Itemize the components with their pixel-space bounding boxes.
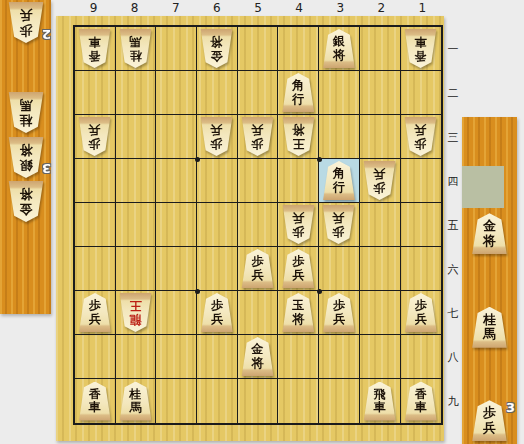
piece-金将[interactable]: 金将 [241, 337, 274, 376]
file-label-2: 2 [361, 0, 402, 16]
piece-char: 将 [19, 143, 32, 158]
gote-hand-slot-7 [0, 269, 51, 314]
rank-label-6: 六 [445, 247, 461, 291]
board-grid: 香車桂馬金将銀将香車角行歩兵歩兵歩兵王将歩兵角行歩兵歩兵歩兵歩兵歩兵歩兵龍王歩兵… [73, 25, 443, 425]
square-5-4[interactable] [238, 159, 279, 203]
square-8-4[interactable] [116, 159, 157, 203]
square-4-8[interactable] [278, 335, 319, 379]
square-3-5[interactable]: 歩兵 [319, 203, 360, 247]
square-2-9[interactable]: 飛車 [360, 379, 401, 423]
piece-wrap: 金将 [8, 181, 44, 222]
square-9-9[interactable]: 香車 [75, 379, 116, 423]
square-3-6[interactable] [319, 247, 360, 291]
piece-char: 金 [252, 343, 264, 357]
piece-char: 車 [415, 35, 427, 49]
piece-wrap: 飛車 [363, 382, 396, 421]
square-3-1[interactable]: 銀将 [319, 27, 360, 71]
piece-char: 将 [211, 35, 223, 49]
square-6-8[interactable] [197, 335, 238, 379]
piece-char: 歩 [89, 299, 101, 313]
gote-hand-slot-2 [0, 45, 51, 90]
square-8-2[interactable] [116, 71, 157, 115]
gote-hand-slot-1[interactable]: 歩兵2 [0, 0, 51, 45]
star-point [195, 289, 200, 294]
square-6-5[interactable] [197, 203, 238, 247]
piece-歩兵[interactable]: 歩兵 [78, 117, 111, 156]
square-6-7[interactable]: 歩兵 [197, 291, 238, 335]
square-7-1[interactable] [156, 27, 197, 71]
file-labels: 987654321 [73, 0, 443, 16]
square-7-4[interactable] [156, 159, 197, 203]
piece-wrap: 歩兵 [241, 249, 274, 288]
piece-角行[interactable]: 角行 [322, 161, 355, 200]
square-1-9[interactable]: 香車 [401, 379, 442, 423]
square-8-6[interactable] [116, 247, 157, 291]
square-2-2[interactable] [360, 71, 401, 115]
piece-char: 王 [292, 137, 304, 151]
piece-wrap: 香車 [78, 29, 111, 68]
piece-wrap: 桂馬 [8, 92, 44, 133]
piece-char: 歩 [211, 299, 223, 313]
square-8-1[interactable]: 桂馬 [116, 27, 157, 71]
piece-wrap: 角行 [282, 73, 315, 112]
square-9-2[interactable] [75, 71, 116, 115]
square-4-3[interactable]: 王将 [278, 115, 319, 159]
piece-char: 歩 [333, 299, 345, 313]
square-1-8[interactable] [401, 335, 442, 379]
piece-角行[interactable]: 角行 [282, 73, 315, 112]
star-point [317, 289, 322, 294]
rank-label-9: 九 [445, 379, 461, 423]
square-8-5[interactable] [116, 203, 157, 247]
piece-飛車[interactable]: 飛車 [363, 382, 396, 421]
star-point [195, 157, 200, 162]
piece-wrap: 王将 [282, 117, 315, 156]
file-label-8: 8 [114, 0, 155, 16]
gote-hand-slot-3[interactable]: 桂馬 [0, 90, 51, 135]
piece-char: 兵 [89, 313, 101, 327]
piece-wrap: 歩兵 [8, 2, 44, 43]
piece-char: 金 [19, 202, 32, 217]
piece-char: 車 [89, 401, 101, 415]
square-7-9[interactable] [156, 379, 197, 423]
piece-char: 将 [252, 357, 264, 371]
piece-char: 兵 [483, 421, 496, 436]
rank-label-8: 八 [445, 335, 461, 379]
piece-char: 歩 [415, 299, 427, 313]
rank-label-2: 二 [445, 71, 461, 115]
piece-歩兵[interactable]: 歩兵 [241, 249, 274, 288]
selected-hand-slot-highlight [462, 166, 504, 208]
square-4-4[interactable] [278, 159, 319, 203]
square-6-1[interactable]: 金将 [197, 27, 238, 71]
piece-wrap: 歩兵 [200, 117, 233, 156]
square-3-4[interactable]: 角行 [319, 159, 360, 203]
piece-wrap: 桂馬 [119, 382, 152, 421]
piece-char: 歩 [483, 406, 496, 421]
square-4-2[interactable]: 角行 [278, 71, 319, 115]
piece-char: 歩 [252, 255, 264, 269]
hand-piece-count: 2 [42, 27, 51, 42]
piece-char: 兵 [292, 211, 304, 225]
piece-char: 行 [333, 181, 345, 195]
piece-歩兵[interactable]: 歩兵 [8, 2, 44, 43]
square-8-8[interactable] [116, 335, 157, 379]
piece-char: 角 [333, 167, 345, 181]
square-7-3[interactable] [156, 115, 197, 159]
piece-char: 桂 [483, 313, 496, 328]
square-9-6[interactable] [75, 247, 116, 291]
rank-label-5: 五 [445, 203, 461, 247]
file-label-4: 4 [279, 0, 320, 16]
sente-hand-slot-1 [462, 117, 517, 164]
piece-char: 兵 [333, 313, 345, 327]
square-3-9[interactable] [319, 379, 360, 423]
piece-歩兵[interactable]: 歩兵 [282, 249, 315, 288]
square-2-8[interactable] [360, 335, 401, 379]
piece-char: 歩 [89, 137, 101, 151]
piece-char: 香 [415, 388, 427, 402]
piece-char: 金 [211, 49, 223, 63]
piece-char: 王 [130, 299, 142, 313]
square-3-3[interactable] [319, 115, 360, 159]
piece-香車[interactable]: 香車 [404, 29, 437, 68]
square-5-2[interactable] [238, 71, 279, 115]
piece-歩兵[interactable]: 歩兵 [200, 293, 233, 332]
square-1-1[interactable]: 香車 [401, 27, 442, 71]
piece-char: 歩 [211, 137, 223, 151]
square-5-6[interactable]: 歩兵 [238, 247, 279, 291]
piece-wrap: 銀将 [8, 137, 44, 178]
piece-wrap: 歩兵 [322, 205, 355, 244]
piece-桂馬[interactable]: 桂馬 [8, 92, 44, 133]
piece-wrap: 歩兵 [322, 293, 355, 332]
piece-char: 歩 [415, 137, 427, 151]
piece-wrap: 桂馬 [119, 29, 152, 68]
sente-hand-slot-7[interactable]: 歩兵3 [462, 397, 517, 444]
file-label-7: 7 [155, 0, 196, 16]
square-5-9[interactable] [238, 379, 279, 423]
piece-王将[interactable]: 王将 [282, 117, 315, 156]
shogi-app: 987654321 一二三四五六七八九 歩兵2桂馬銀将3金将 香車桂馬金将銀将香… [0, 0, 524, 444]
piece-char: 香 [415, 49, 427, 63]
piece-wrap: 歩兵 [282, 205, 315, 244]
piece-char: 兵 [415, 313, 427, 327]
piece-char: 歩 [374, 181, 386, 195]
piece-wrap: 歩兵 [282, 249, 315, 288]
piece-char: 馬 [19, 98, 32, 113]
square-3-2[interactable] [319, 71, 360, 115]
piece-銀将[interactable]: 銀将 [322, 29, 355, 68]
piece-香車[interactable]: 香車 [78, 382, 111, 421]
piece-char: 車 [415, 401, 427, 415]
sente-hand-slot-2[interactable] [462, 164, 517, 211]
piece-char: 兵 [211, 313, 223, 327]
piece-char: 歩 [292, 225, 304, 239]
square-4-6[interactable]: 歩兵 [278, 247, 319, 291]
piece-char: 将 [19, 187, 32, 202]
piece-歩兵[interactable]: 歩兵 [282, 205, 315, 244]
piece-char: 将 [333, 49, 345, 63]
square-6-4[interactable] [197, 159, 238, 203]
square-7-2[interactable] [156, 71, 197, 115]
rank-label-3: 三 [445, 115, 461, 159]
piece-歩兵[interactable]: 歩兵 [78, 293, 111, 332]
piece-char: 兵 [19, 8, 32, 23]
sente-hand-slot-4 [462, 257, 517, 304]
piece-char: 桂 [19, 112, 32, 127]
gote-captured-stand: 歩兵2桂馬銀将3金将 [0, 0, 51, 314]
piece-char: 金 [483, 219, 496, 234]
square-6-9[interactable] [197, 379, 238, 423]
rank-label-7: 七 [445, 291, 461, 335]
star-point [317, 157, 322, 162]
piece-wrap: 香車 [404, 382, 437, 421]
square-6-6[interactable] [197, 247, 238, 291]
piece-歩兵[interactable]: 歩兵 [322, 293, 355, 332]
file-label-5: 5 [237, 0, 278, 16]
square-6-3[interactable]: 歩兵 [197, 115, 238, 159]
piece-wrap: 歩兵 [200, 293, 233, 332]
sente-hand-slot-5[interactable]: 桂馬 [462, 304, 517, 351]
piece-char: 兵 [415, 123, 427, 137]
piece-歩兵[interactable]: 歩兵 [322, 205, 355, 244]
square-3-8[interactable] [319, 335, 360, 379]
piece-wrap: 歩兵 [78, 293, 111, 332]
piece-wrap: 桂馬 [472, 307, 508, 348]
piece-金将[interactable]: 金将 [200, 29, 233, 68]
square-9-5[interactable] [75, 203, 116, 247]
sente-hand-slot-6 [462, 351, 517, 398]
piece-char: 角 [292, 79, 304, 93]
square-6-2[interactable] [197, 71, 238, 115]
piece-wrap: 歩兵 [363, 161, 396, 200]
piece-wrap: 玉将 [282, 293, 315, 332]
piece-char: 将 [292, 313, 304, 327]
piece-char: 銀 [19, 157, 32, 172]
piece-香車[interactable]: 香車 [78, 29, 111, 68]
piece-char: 車 [374, 401, 386, 415]
piece-char: 桂 [130, 388, 142, 402]
piece-歩兵[interactable]: 歩兵 [472, 400, 508, 441]
piece-char: 歩 [333, 225, 345, 239]
piece-wrap: 歩兵 [472, 400, 508, 441]
piece-歩兵[interactable]: 歩兵 [241, 117, 274, 156]
piece-wrap: 歩兵 [78, 117, 111, 156]
square-9-4[interactable] [75, 159, 116, 203]
square-8-3[interactable] [116, 115, 157, 159]
file-label-9: 9 [73, 0, 114, 16]
piece-wrap: 香車 [404, 29, 437, 68]
piece-char: 香 [89, 49, 101, 63]
square-5-5[interactable] [238, 203, 279, 247]
square-8-7[interactable]: 龍王 [116, 291, 157, 335]
piece-char: 兵 [252, 269, 264, 283]
file-label-1: 1 [402, 0, 443, 16]
piece-char: 馬 [130, 401, 142, 415]
piece-char: 兵 [374, 167, 386, 181]
square-7-8[interactable] [156, 335, 197, 379]
piece-char: 桂 [130, 49, 142, 63]
piece-char: 将 [292, 123, 304, 137]
piece-char: 飛 [374, 388, 386, 402]
piece-char: 香 [89, 388, 101, 402]
piece-香車[interactable]: 香車 [404, 382, 437, 421]
piece-char: 歩 [292, 255, 304, 269]
piece-wrap: 金将 [200, 29, 233, 68]
square-1-2[interactable] [401, 71, 442, 115]
piece-歩兵[interactable]: 歩兵 [404, 117, 437, 156]
piece-桂馬[interactable]: 桂馬 [472, 307, 508, 348]
square-5-1[interactable] [238, 27, 279, 71]
piece-char: 歩 [252, 137, 264, 151]
piece-char: 車 [89, 35, 101, 49]
piece-wrap: 金将 [241, 337, 274, 376]
square-1-5[interactable] [401, 203, 442, 247]
rank-label-4: 四 [445, 159, 461, 203]
hand-piece-count: 3 [42, 161, 51, 176]
piece-char: 兵 [252, 123, 264, 137]
piece-歩兵[interactable]: 歩兵 [363, 161, 396, 200]
square-2-6[interactable] [360, 247, 401, 291]
piece-char: 兵 [211, 123, 223, 137]
piece-wrap: 銀将 [322, 29, 355, 68]
piece-char: 玉 [292, 299, 304, 313]
gote-hand-slot-5[interactable]: 金将 [0, 179, 51, 224]
file-label-3: 3 [320, 0, 361, 16]
file-label-6: 6 [196, 0, 237, 16]
square-1-7[interactable]: 歩兵 [401, 291, 442, 335]
square-2-3[interactable] [360, 115, 401, 159]
piece-歩兵[interactable]: 歩兵 [200, 117, 233, 156]
square-4-9[interactable] [278, 379, 319, 423]
square-2-4[interactable]: 歩兵 [360, 159, 401, 203]
piece-char: 行 [292, 93, 304, 107]
piece-char: 銀 [333, 35, 345, 49]
square-2-7[interactable] [360, 291, 401, 335]
sente-captured-stand: 金将桂馬歩兵3 [462, 117, 517, 444]
piece-wrap: 歩兵 [404, 117, 437, 156]
piece-wrap: 龍王 [119, 293, 152, 332]
square-2-1[interactable] [360, 27, 401, 71]
rank-label-1: 一 [445, 27, 461, 71]
piece-wrap: 金将 [472, 213, 508, 254]
piece-銀将[interactable]: 銀将 [8, 137, 44, 178]
piece-wrap: 香車 [78, 382, 111, 421]
piece-wrap: 角行 [322, 161, 355, 200]
square-9-1[interactable]: 香車 [75, 27, 116, 71]
gote-hand-slot-6 [0, 224, 51, 269]
piece-char: 歩 [19, 22, 32, 37]
piece-金将[interactable]: 金将 [472, 213, 508, 254]
piece-龍王[interactable]: 龍王 [119, 293, 152, 332]
rank-labels: 一二三四五六七八九 [445, 27, 461, 423]
piece-玉将[interactable]: 玉将 [282, 293, 315, 332]
square-5-8[interactable]: 金将 [238, 335, 279, 379]
sente-hand-slot-3[interactable]: 金将 [462, 210, 517, 257]
square-7-6[interactable] [156, 247, 197, 291]
piece-wrap: 歩兵 [241, 117, 274, 156]
square-9-8[interactable] [75, 335, 116, 379]
piece-金将[interactable]: 金将 [8, 181, 44, 222]
square-9-3[interactable]: 歩兵 [75, 115, 116, 159]
square-1-6[interactable] [401, 247, 442, 291]
hand-piece-count: 3 [506, 400, 515, 415]
square-4-7[interactable]: 玉将 [278, 291, 319, 335]
piece-char: 馬 [130, 35, 142, 49]
square-8-9[interactable]: 桂馬 [116, 379, 157, 423]
piece-桂馬[interactable]: 桂馬 [119, 382, 152, 421]
piece-char: 兵 [292, 269, 304, 283]
square-7-5[interactable] [156, 203, 197, 247]
square-5-7[interactable] [238, 291, 279, 335]
piece-wrap: 歩兵 [404, 293, 437, 332]
gote-hand-slot-4[interactable]: 銀将3 [0, 135, 51, 180]
piece-桂馬[interactable]: 桂馬 [119, 29, 152, 68]
piece-char: 兵 [89, 123, 101, 137]
piece-char: 将 [483, 234, 496, 249]
square-4-1[interactable] [278, 27, 319, 71]
piece-歩兵[interactable]: 歩兵 [404, 293, 437, 332]
square-2-5[interactable] [360, 203, 401, 247]
square-4-5[interactable]: 歩兵 [278, 203, 319, 247]
square-7-7[interactable] [156, 291, 197, 335]
piece-char: 馬 [483, 327, 496, 342]
square-1-3[interactable]: 歩兵 [401, 115, 442, 159]
square-1-4[interactable] [401, 159, 442, 203]
square-5-3[interactable]: 歩兵 [238, 115, 279, 159]
piece-char: 兵 [333, 211, 345, 225]
square-3-7[interactable]: 歩兵 [319, 291, 360, 335]
piece-char: 龍 [130, 313, 142, 327]
square-9-7[interactable]: 歩兵 [75, 291, 116, 335]
